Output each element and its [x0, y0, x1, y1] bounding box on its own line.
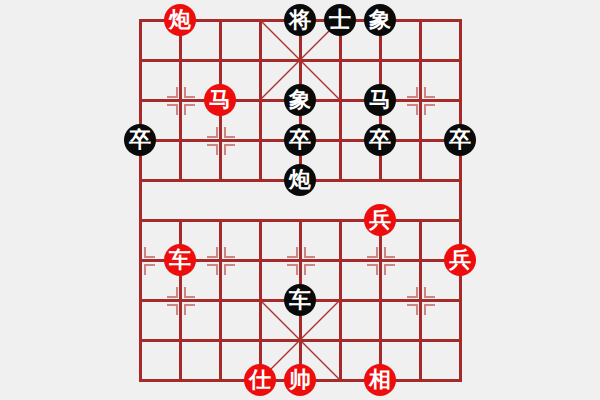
piece-black-elephant[interactable]: 象: [284, 84, 316, 116]
pieces-layer: 炮将士象马象马卒卒卒卒炮兵车兵车仕帅相: [0, 0, 600, 400]
piece-black-soldier[interactable]: 卒: [284, 124, 316, 156]
piece-red-advisor[interactable]: 仕: [244, 364, 276, 396]
piece-black-general[interactable]: 将: [284, 4, 316, 36]
piece-red-cannon[interactable]: 炮: [164, 4, 196, 36]
piece-black-horse[interactable]: 马: [364, 84, 396, 116]
piece-black-cannon[interactable]: 炮: [284, 164, 316, 196]
piece-red-soldier[interactable]: 兵: [444, 244, 476, 276]
piece-black-chariot[interactable]: 车: [284, 284, 316, 316]
piece-black-soldier[interactable]: 卒: [124, 124, 156, 156]
piece-red-general[interactable]: 帅: [284, 364, 316, 396]
piece-black-soldier[interactable]: 卒: [364, 124, 396, 156]
piece-red-horse[interactable]: 马: [204, 84, 236, 116]
piece-black-soldier[interactable]: 卒: [444, 124, 476, 156]
piece-black-elephant[interactable]: 象: [364, 4, 396, 36]
piece-red-soldier[interactable]: 兵: [364, 204, 396, 236]
piece-red-chariot[interactable]: 车: [164, 244, 196, 276]
xiangqi-board: 炮将士象马象马卒卒卒卒炮兵车兵车仕帅相: [0, 0, 600, 400]
piece-red-elephant[interactable]: 相: [364, 364, 396, 396]
piece-black-advisor[interactable]: 士: [324, 4, 356, 36]
